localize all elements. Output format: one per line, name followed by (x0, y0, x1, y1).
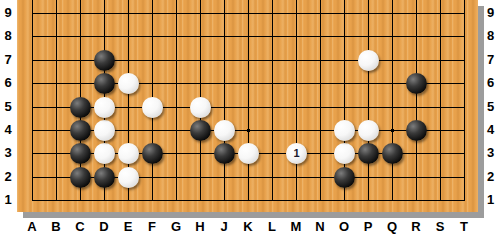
grid-line-col-L (272, 0, 273, 201)
col-label-A: A (20, 219, 44, 235)
row-right-label-7: 7 (482, 52, 499, 68)
white-stone-M3: 1 (286, 143, 307, 164)
move-number-label: 1 (286, 143, 307, 164)
row-right-label-2: 2 (482, 169, 499, 185)
row-left-label-4: 4 (0, 122, 16, 138)
col-label-B: B (44, 219, 68, 235)
white-stone-E6 (118, 73, 139, 94)
row-left-label-3: 3 (0, 145, 16, 161)
black-stone-J3 (214, 143, 235, 164)
row-left-label-2: 2 (0, 169, 16, 185)
row-right-label-5: 5 (482, 99, 499, 115)
grid-line-col-A (32, 0, 33, 201)
black-stone-D2 (94, 167, 115, 188)
col-label-O: O (332, 219, 356, 235)
black-stone-D7 (94, 50, 115, 71)
col-label-P: P (356, 219, 380, 235)
col-label-G: G (164, 219, 188, 235)
row-right-label-9: 9 (482, 5, 499, 21)
grid-line-col-P (368, 0, 369, 201)
white-stone-O4 (334, 120, 355, 141)
col-label-N: N (308, 219, 332, 235)
black-stone-R6 (406, 73, 427, 94)
grid-line-col-R (416, 0, 417, 201)
grid-line-col-Q (392, 0, 393, 201)
grid-line-col-T (464, 0, 465, 201)
white-stone-K3 (238, 143, 259, 164)
row-right-label-4: 4 (482, 122, 499, 138)
col-label-R: R (404, 219, 428, 235)
white-stone-O3 (334, 143, 355, 164)
white-stone-F5 (142, 97, 163, 118)
col-label-T: T (452, 219, 476, 235)
row-left-label-5: 5 (0, 99, 16, 115)
black-stone-D6 (94, 73, 115, 94)
col-label-S: S (428, 219, 452, 235)
white-stone-P4 (358, 120, 379, 141)
black-stone-R4 (406, 120, 427, 141)
col-label-K: K (236, 219, 260, 235)
black-stone-P3 (358, 143, 379, 164)
white-stone-P7 (358, 50, 379, 71)
col-label-E: E (116, 219, 140, 235)
row-left-label-8: 8 (0, 28, 16, 44)
col-label-L: L (260, 219, 284, 235)
row-left-label-9: 9 (0, 5, 16, 21)
row-right-label-6: 6 (482, 75, 499, 91)
row-right-label-8: 8 (482, 28, 499, 44)
white-stone-J4 (214, 120, 235, 141)
row-left-label-7: 7 (0, 52, 16, 68)
col-label-D: D (92, 219, 116, 235)
col-label-M: M (284, 219, 308, 235)
grid-line-col-B (56, 0, 57, 201)
col-label-Q: Q (380, 219, 404, 235)
white-stone-D3 (94, 143, 115, 164)
black-stone-C4 (70, 120, 91, 141)
grid-line-col-M (296, 0, 297, 201)
grid-line-row-8 (32, 36, 465, 37)
black-stone-F3 (142, 143, 163, 164)
black-stone-O2 (334, 167, 355, 188)
grid-line-row-1 (32, 200, 465, 201)
go-board[interactable]: 1 (17, 0, 478, 212)
black-stone-C2 (70, 167, 91, 188)
grid-line-row-9 (32, 13, 465, 14)
col-label-F: F (140, 219, 164, 235)
black-stone-Q3 (382, 143, 403, 164)
grid-line-col-S (440, 0, 441, 201)
black-stone-C3 (70, 143, 91, 164)
grid-line-col-N (320, 0, 321, 201)
black-stone-C5 (70, 97, 91, 118)
col-label-H: H (188, 219, 212, 235)
row-left-label-1: 1 (0, 192, 16, 208)
col-label-J: J (212, 219, 236, 235)
grid-line-col-G (176, 0, 177, 201)
row-right-label-3: 3 (482, 145, 499, 161)
grid-line-col-K (248, 0, 249, 201)
star-point-K4 (247, 129, 250, 132)
white-stone-H5 (190, 97, 211, 118)
black-stone-H4 (190, 120, 211, 141)
star-point-Q4 (391, 129, 394, 132)
white-stone-E3 (118, 143, 139, 164)
row-right-label-1: 1 (482, 192, 499, 208)
white-stone-D4 (94, 120, 115, 141)
white-stone-E2 (118, 167, 139, 188)
row-left-label-6: 6 (0, 75, 16, 91)
grid-line-col-J (224, 0, 225, 201)
white-stone-D5 (94, 97, 115, 118)
col-label-C: C (68, 219, 92, 235)
